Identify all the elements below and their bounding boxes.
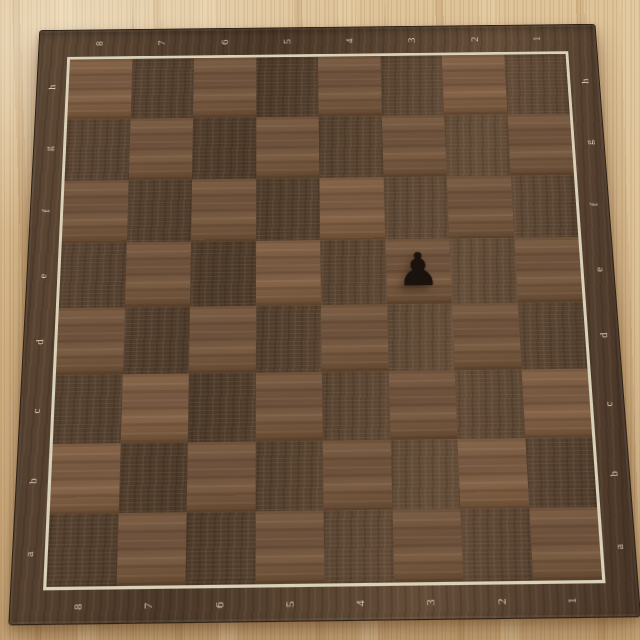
square-h7[interactable] bbox=[130, 58, 194, 118]
square-c2[interactable] bbox=[455, 369, 525, 438]
black-pawn[interactable]: ♟ bbox=[396, 246, 439, 292]
square-e8[interactable] bbox=[59, 243, 127, 309]
square-b2[interactable] bbox=[457, 438, 528, 509]
frame-corner bbox=[606, 583, 640, 617]
square-b8[interactable] bbox=[50, 443, 121, 515]
chess-board: 87654321 hgfedcba ♟ hgfedcba 87654321 bbox=[8, 24, 640, 626]
square-b4[interactable] bbox=[323, 439, 392, 510]
square-h2[interactable] bbox=[442, 55, 507, 115]
coord-label-right-g: g bbox=[556, 128, 623, 156]
coord-label-right-d: d bbox=[568, 320, 638, 351]
square-c4[interactable] bbox=[322, 371, 390, 440]
square-b7[interactable] bbox=[118, 442, 188, 514]
square-e7[interactable] bbox=[124, 242, 191, 308]
square-e5[interactable] bbox=[255, 240, 321, 305]
square-g6[interactable] bbox=[192, 117, 256, 179]
table-surface: 87654321 hgfedcba ♟ hgfedcba 87654321 bbox=[0, 0, 640, 640]
square-c7[interactable] bbox=[120, 373, 189, 442]
coord-label-right-c: c bbox=[573, 387, 640, 419]
square-e3[interactable]: ♟ bbox=[385, 239, 452, 304]
square-e4[interactable] bbox=[320, 240, 386, 305]
square-d4[interactable] bbox=[321, 304, 388, 371]
square-f5[interactable] bbox=[256, 177, 321, 241]
square-f4[interactable] bbox=[319, 177, 384, 241]
coord-label-right-a: a bbox=[582, 529, 640, 563]
square-h3[interactable] bbox=[380, 55, 444, 115]
coord-label-bottom-6: 6 bbox=[202, 568, 235, 640]
coord-label-bottom-5: 5 bbox=[273, 567, 305, 640]
frame-corner bbox=[9, 590, 43, 624]
square-d6[interactable] bbox=[189, 306, 256, 373]
square-h8[interactable] bbox=[67, 59, 132, 119]
coord-label-right-f: f bbox=[560, 190, 628, 219]
square-d8[interactable] bbox=[56, 307, 125, 374]
coord-label-bottom-1: 1 bbox=[553, 563, 590, 637]
coord-label-right-e: e bbox=[564, 254, 633, 284]
square-b5[interactable] bbox=[255, 440, 323, 511]
coordinate-band-bottom: 87654321 bbox=[42, 583, 608, 624]
square-f8[interactable] bbox=[62, 180, 129, 244]
square-e6[interactable] bbox=[190, 241, 256, 307]
square-d2[interactable] bbox=[452, 303, 521, 370]
square-g3[interactable] bbox=[381, 115, 446, 177]
square-f7[interactable] bbox=[126, 179, 192, 243]
square-d5[interactable] bbox=[255, 305, 321, 372]
square-c5[interactable] bbox=[255, 372, 322, 441]
square-h5[interactable] bbox=[256, 57, 319, 117]
square-g7[interactable] bbox=[128, 118, 193, 180]
coord-label-bottom-3: 3 bbox=[413, 565, 447, 639]
playing-field: ♟ bbox=[43, 51, 606, 590]
square-c6[interactable] bbox=[188, 372, 256, 441]
square-f2[interactable] bbox=[447, 175, 514, 239]
coord-label-right-h: h bbox=[552, 67, 618, 94]
square-d3[interactable] bbox=[386, 303, 454, 370]
square-b3[interactable] bbox=[390, 438, 460, 509]
square-f3[interactable] bbox=[383, 176, 449, 240]
square-g8[interactable] bbox=[65, 118, 131, 180]
square-c8[interactable] bbox=[53, 374, 123, 443]
square-b6[interactable] bbox=[187, 441, 256, 512]
frame-corner bbox=[566, 25, 596, 51]
square-e2[interactable] bbox=[449, 238, 517, 303]
coord-label-right-b: b bbox=[577, 457, 640, 490]
frame-corner bbox=[39, 31, 69, 58]
square-g5[interactable] bbox=[256, 116, 320, 178]
coord-label-bottom-8: 8 bbox=[60, 570, 95, 640]
square-f6[interactable] bbox=[191, 178, 256, 242]
square-h4[interactable] bbox=[318, 56, 382, 116]
square-g4[interactable] bbox=[319, 115, 383, 177]
square-g2[interactable] bbox=[444, 114, 510, 176]
square-c3[interactable] bbox=[388, 370, 457, 439]
square-h6[interactable] bbox=[193, 57, 256, 117]
square-d7[interactable] bbox=[122, 307, 190, 374]
coord-label-bottom-7: 7 bbox=[131, 569, 165, 640]
coord-label-bottom-2: 2 bbox=[483, 564, 519, 638]
coord-label-bottom-4: 4 bbox=[343, 566, 376, 640]
